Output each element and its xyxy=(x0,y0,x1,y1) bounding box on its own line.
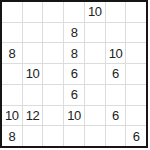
cell-r6c3[interactable] xyxy=(43,106,63,126)
cell-r7c2[interactable] xyxy=(23,126,43,146)
cell-r4c3[interactable] xyxy=(43,64,63,84)
cell-r6c5[interactable] xyxy=(85,106,105,126)
cell-r1c5-clue[interactable]: 10 xyxy=(85,2,105,22)
cell-r7c1-clue[interactable]: 8 xyxy=(2,126,22,146)
cell-r4c2-clue[interactable]: 10 xyxy=(23,64,43,84)
cell-r6c4-clue[interactable]: 10 xyxy=(64,106,84,126)
cell-r1c6[interactable] xyxy=(106,2,126,22)
cell-r6c1-clue[interactable]: 10 xyxy=(2,106,22,126)
cell-r5c7[interactable] xyxy=(126,85,146,105)
cell-r5c4-clue[interactable]: 6 xyxy=(64,85,84,105)
cell-r2c5[interactable] xyxy=(85,23,105,43)
cell-r6c7[interactable] xyxy=(126,106,146,126)
cell-r3c7[interactable] xyxy=(126,43,146,63)
cell-r2c7[interactable] xyxy=(126,23,146,43)
cell-r4c5[interactable] xyxy=(85,64,105,84)
cell-r1c1[interactable] xyxy=(2,2,22,22)
cell-r1c7[interactable] xyxy=(126,2,146,22)
cell-r2c3[interactable] xyxy=(43,23,63,43)
cell-r7c5[interactable] xyxy=(85,126,105,146)
cell-r4c4-clue[interactable]: 6 xyxy=(64,64,84,84)
cell-r3c2[interactable] xyxy=(23,43,43,63)
cell-r2c1[interactable] xyxy=(2,23,22,43)
puzzle-board: 10 8 8 8 10 10 6 6 6 10 12 10 6 8 6 xyxy=(0,0,148,148)
cell-r5c1[interactable] xyxy=(2,85,22,105)
cell-r2c6[interactable] xyxy=(106,23,126,43)
cell-r1c4[interactable] xyxy=(64,2,84,22)
cell-r4c7[interactable] xyxy=(126,64,146,84)
cell-r7c7-clue[interactable]: 6 xyxy=(126,126,146,146)
cell-r1c2[interactable] xyxy=(23,2,43,22)
cell-r5c6[interactable] xyxy=(106,85,126,105)
cell-r2c2[interactable] xyxy=(23,23,43,43)
cell-r4c6-clue[interactable]: 6 xyxy=(106,64,126,84)
cell-r3c3[interactable] xyxy=(43,43,63,63)
cell-r6c2-clue[interactable]: 12 xyxy=(23,106,43,126)
cell-r3c5[interactable] xyxy=(85,43,105,63)
cell-r5c2[interactable] xyxy=(23,85,43,105)
cell-r5c3[interactable] xyxy=(43,85,63,105)
cell-r6c6-clue[interactable]: 6 xyxy=(106,106,126,126)
cell-r3c4-clue[interactable]: 8 xyxy=(64,43,84,63)
cell-r3c6-clue[interactable]: 10 xyxy=(106,43,126,63)
cell-r5c5[interactable] xyxy=(85,85,105,105)
cell-r4c1[interactable] xyxy=(2,64,22,84)
cell-r1c3[interactable] xyxy=(43,2,63,22)
cell-r7c3[interactable] xyxy=(43,126,63,146)
cell-r3c1-clue[interactable]: 8 xyxy=(2,43,22,63)
cell-r7c4[interactable] xyxy=(64,126,84,146)
cell-r7c6[interactable] xyxy=(106,126,126,146)
cell-r2c4-clue[interactable]: 8 xyxy=(64,23,84,43)
